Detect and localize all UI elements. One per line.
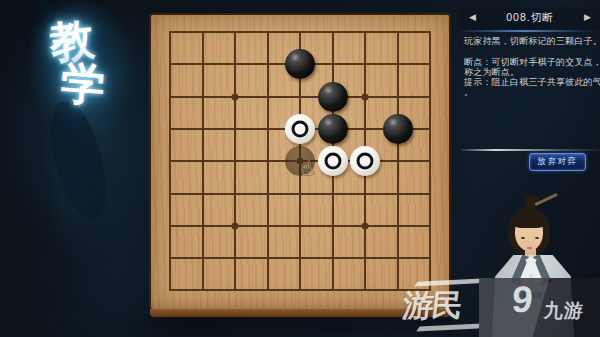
resign-game-button-label: 放弃对弈 [538,156,578,168]
youmin-watermark-text: 游民 [400,285,463,327]
mentor-bangs [513,211,545,228]
lesson-line: 。 [464,87,600,97]
lesson-line [464,46,600,56]
mentor-eye [535,237,539,239]
black-stone [285,49,315,79]
star-point [232,93,239,100]
star-point [232,222,239,229]
black-stone [383,114,413,144]
go-board: ☝ [149,13,451,311]
calligraphy-char-xue: 学 [59,54,107,116]
jiuyou-logo-icon: 9 [511,279,535,321]
star-point [362,93,369,100]
lesson-title: 008.切断 [460,11,600,25]
white-stone-marked [350,146,380,176]
lesson-description: 玩家持黑，切断标记的三颗白子。 断点：可切断对手棋子的交叉点， 称之为断点。 提… [464,36,600,98]
grid-line-horizontal [169,225,431,227]
black-stone [318,114,348,144]
lesson-header: ◀ 008.切断 ▶ [460,7,600,31]
next-lesson-arrow-icon[interactable]: ▶ [584,12,591,22]
black-stone [318,82,348,112]
white-stone-marked [285,114,315,144]
lesson-line: 称之为断点。 [464,67,600,77]
white-stone-marked [318,146,348,176]
mentor-eye [521,237,525,239]
youmin-watermark: 游民 [401,281,486,337]
lesson-line: 提示：阻止白棋三子共享彼此的气 [464,77,600,87]
game-screen: 教 学 ☝ ◀ 008.切断 ▶ 玩家持黑，切断标记的三颗白子。 断点：可切断对… [0,0,600,337]
lesson-line: 断点：可切断对手棋子的交叉点， [464,57,600,67]
grid-line-horizontal [169,289,431,291]
grid-line-vertical [429,31,431,291]
grid-line-horizontal [169,257,431,259]
jiuyou-logo-text: 九游 [543,298,585,324]
title-underline [461,30,599,32]
panel-divider [461,149,600,151]
grid-line-horizontal [169,193,431,195]
jiuyou-watermark-band: 9 九游 [479,278,600,337]
grid-line-vertical [397,31,399,291]
resign-game-button[interactable]: 放弃对弈 [529,153,586,171]
lesson-line: 玩家持黑，切断标记的三颗白子。 [464,36,600,46]
go-board-grid[interactable]: ☝ [170,32,430,290]
star-point [362,222,369,229]
